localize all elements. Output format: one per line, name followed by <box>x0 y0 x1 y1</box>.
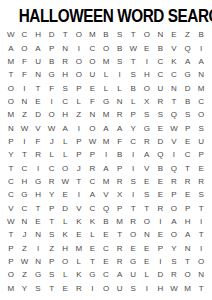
grid-cell[interactable]: K <box>167 55 181 68</box>
grid-cell[interactable]: N <box>31 255 45 268</box>
grid-cell[interactable]: E <box>31 215 45 228</box>
grid-cell[interactable]: M <box>4 282 18 295</box>
grid-cell[interactable]: C <box>86 201 100 214</box>
grid-cell[interactable]: W <box>126 41 140 54</box>
grid-cell[interactable]: W <box>86 135 100 148</box>
grid-cell[interactable]: M <box>99 135 113 148</box>
grid-cell[interactable]: B <box>154 41 168 54</box>
grid-cell[interactable]: P <box>4 242 18 255</box>
grid-cell[interactable]: F <box>45 81 59 94</box>
grid-cell[interactable]: L <box>99 68 113 81</box>
grid-cell[interactable]: E <box>181 188 195 201</box>
grid-cell[interactable]: P <box>113 201 127 214</box>
grid-cell[interactable]: C <box>18 201 32 214</box>
grid-cell[interactable]: A <box>181 55 195 68</box>
grid-cell[interactable]: E <box>154 228 168 241</box>
grid-cell[interactable]: E <box>72 228 86 241</box>
grid-cell[interactable]: D <box>45 28 59 41</box>
grid-cell[interactable]: T <box>4 68 18 81</box>
grid-cell[interactable]: L <box>72 255 86 268</box>
grid-cell[interactable]: P <box>45 255 59 268</box>
grid-cell[interactable]: E <box>86 242 100 255</box>
grid-cell[interactable]: P <box>45 41 59 54</box>
grid-cell[interactable]: R <box>126 215 140 228</box>
grid-cell[interactable]: N <box>113 95 127 108</box>
grid-cell[interactable]: T <box>126 28 140 41</box>
grid-cell[interactable]: G <box>181 68 195 81</box>
grid-cell[interactable]: T <box>45 282 59 295</box>
grid-cell[interactable]: S <box>140 108 154 121</box>
grid-cell[interactable]: K <box>72 215 86 228</box>
grid-cell[interactable]: T <box>31 201 45 214</box>
grid-cell[interactable]: F <box>18 68 32 81</box>
grid-cell[interactable]: H <box>58 108 72 121</box>
grid-cell[interactable]: R <box>72 282 86 295</box>
grid-cell[interactable]: W <box>45 121 59 134</box>
grid-cell[interactable]: I <box>72 41 86 54</box>
grid-cell[interactable]: O <box>58 255 72 268</box>
grid-cell[interactable]: L <box>113 81 127 94</box>
grid-cell[interactable]: I <box>167 148 181 161</box>
grid-cell[interactable]: R <box>167 268 181 281</box>
grid-cell[interactable]: D <box>154 135 168 148</box>
grid-cell[interactable]: W <box>58 175 72 188</box>
grid-cell[interactable]: C <box>4 175 18 188</box>
grid-cell[interactable]: D <box>181 81 195 94</box>
grid-cell[interactable]: T <box>18 148 32 161</box>
grid-cell[interactable]: X <box>113 188 127 201</box>
grid-cell[interactable]: W <box>167 121 181 134</box>
grid-cell[interactable]: Q <box>181 41 195 54</box>
grid-cell[interactable]: R <box>113 108 127 121</box>
grid-cell[interactable]: M <box>113 215 127 228</box>
grid-cell[interactable]: B <box>154 161 168 174</box>
grid-cell[interactable]: P <box>86 148 100 161</box>
grid-cell[interactable]: G <box>31 268 45 281</box>
grid-cell[interactable]: F <box>18 55 32 68</box>
grid-cell[interactable]: S <box>154 108 168 121</box>
grid-cell[interactable]: C <box>194 95 208 108</box>
grid-cell[interactable]: O <box>181 268 195 281</box>
grid-cell[interactable]: H <box>31 188 45 201</box>
grid-cell[interactable]: A <box>194 55 208 68</box>
grid-cell[interactable]: H <box>154 282 168 295</box>
grid-cell[interactable]: P <box>72 81 86 94</box>
grid-cell[interactable]: E <box>99 228 113 241</box>
grid-cell[interactable]: Q <box>167 108 181 121</box>
grid-cell[interactable]: I <box>72 121 86 134</box>
grid-cell[interactable]: U <box>126 268 140 281</box>
grid-cell[interactable]: E <box>181 135 195 148</box>
grid-cell[interactable]: P <box>72 135 86 148</box>
grid-cell[interactable]: E <box>140 175 154 188</box>
grid-cell[interactable]: O <box>194 255 208 268</box>
grid-cell[interactable]: T <box>126 55 140 68</box>
grid-cell[interactable]: H <box>181 215 195 228</box>
grid-cell[interactable]: N <box>86 108 100 121</box>
grid-cell[interactable]: T <box>31 81 45 94</box>
grid-cell[interactable]: T <box>72 175 86 188</box>
grid-cell[interactable]: I <box>126 161 140 174</box>
grid-cell[interactable]: T <box>194 201 208 214</box>
grid-cell[interactable]: E <box>154 188 168 201</box>
grid-cell[interactable]: A <box>140 148 154 161</box>
grid-cell[interactable]: E <box>99 255 113 268</box>
grid-cell[interactable]: O <box>18 41 32 54</box>
grid-cell[interactable]: E <box>167 28 181 41</box>
grid-cell[interactable]: C <box>181 148 195 161</box>
grid-cell[interactable]: P <box>181 201 195 214</box>
grid-cell[interactable]: R <box>86 161 100 174</box>
grid-cell[interactable]: I <box>140 282 154 295</box>
grid-cell[interactable]: V <box>99 188 113 201</box>
grid-cell[interactable]: B <box>99 28 113 41</box>
grid-cell[interactable]: O <box>72 55 86 68</box>
grid-cell[interactable]: I <box>194 41 208 54</box>
grid-cell[interactable]: N <box>154 28 168 41</box>
grid-cell[interactable]: P <box>113 161 127 174</box>
grid-cell[interactable]: I <box>31 242 45 255</box>
grid-cell[interactable]: C <box>167 68 181 81</box>
grid-cell[interactable]: B <box>194 28 208 41</box>
grid-cell[interactable]: T <box>58 28 72 41</box>
grid-cell[interactable]: M <box>99 108 113 121</box>
grid-cell[interactable]: L <box>58 215 72 228</box>
grid-cell[interactable]: V <box>167 135 181 148</box>
grid-cell[interactable]: U <box>154 81 168 94</box>
grid-cell[interactable]: Q <box>154 148 168 161</box>
grid-cell[interactable]: I <box>45 95 59 108</box>
grid-cell[interactable]: I <box>31 161 45 174</box>
grid-cell[interactable]: Z <box>18 108 32 121</box>
grid-cell[interactable]: C <box>4 188 18 201</box>
grid-cell[interactable]: Q <box>167 161 181 174</box>
grid-cell[interactable]: J <box>72 161 86 174</box>
grid-cell[interactable]: C <box>154 55 168 68</box>
grid-cell[interactable]: Z <box>72 108 86 121</box>
grid-cell[interactable]: I <box>99 148 113 161</box>
grid-cell[interactable]: O <box>58 161 72 174</box>
grid-cell[interactable]: D <box>31 108 45 121</box>
grid-cell[interactable]: L <box>140 268 154 281</box>
grid-cell[interactable]: P <box>167 188 181 201</box>
grid-cell[interactable]: I <box>154 255 168 268</box>
grid-cell[interactable]: Y <box>126 121 140 134</box>
grid-cell[interactable]: C <box>99 242 113 255</box>
grid-cell[interactable]: N <box>31 228 45 241</box>
grid-cell[interactable]: I <box>154 215 168 228</box>
grid-cell[interactable]: U <box>86 68 100 81</box>
grid-cell[interactable]: R <box>113 242 127 255</box>
grid-cell[interactable]: U <box>194 135 208 148</box>
grid-cell[interactable]: C <box>99 268 113 281</box>
grid-cell[interactable]: S <box>31 282 45 295</box>
grid-cell[interactable]: M <box>4 108 18 121</box>
grid-cell[interactable]: N <box>31 68 45 81</box>
grid-cell[interactable]: I <box>194 215 208 228</box>
grid-cell[interactable]: H <box>18 175 32 188</box>
grid-cell[interactable]: V <box>167 41 181 54</box>
grid-cell[interactable]: N <box>194 268 208 281</box>
grid-cell[interactable]: T <box>181 161 195 174</box>
grid-cell[interactable]: B <box>126 81 140 94</box>
grid-cell[interactable]: P <box>194 148 208 161</box>
grid-cell[interactable]: O <box>140 28 154 41</box>
grid-cell[interactable]: W <box>18 255 32 268</box>
grid-cell[interactable]: G <box>99 95 113 108</box>
grid-cell[interactable]: N <box>4 121 18 134</box>
grid-cell[interactable]: O <box>72 28 86 41</box>
grid-cell[interactable]: M <box>72 242 86 255</box>
grid-cell[interactable]: O <box>126 228 140 241</box>
grid-cell[interactable]: A <box>86 188 100 201</box>
grid-cell[interactable]: L <box>126 95 140 108</box>
grid-cell[interactable]: D <box>58 201 72 214</box>
grid-cell[interactable]: E <box>58 282 72 295</box>
grid-cell[interactable]: B <box>113 41 127 54</box>
grid-cell[interactable]: K <box>72 268 86 281</box>
grid-cell[interactable]: Y <box>4 148 18 161</box>
grid-cell[interactable]: R <box>113 175 127 188</box>
grid-cell[interactable]: H <box>140 68 154 81</box>
grid-cell[interactable]: T <box>86 255 100 268</box>
grid-cell[interactable]: J <box>45 135 59 148</box>
grid-cell[interactable]: G <box>126 255 140 268</box>
grid-cell[interactable]: I <box>113 68 127 81</box>
grid-cell[interactable]: E <box>140 255 154 268</box>
grid-cell[interactable]: W <box>4 215 18 228</box>
grid-cell[interactable]: C <box>126 135 140 148</box>
grid-cell[interactable]: C <box>18 161 32 174</box>
grid-cell[interactable]: R <box>181 175 195 188</box>
grid-cell[interactable]: Z <box>181 28 195 41</box>
grid-cell[interactable]: M <box>4 55 18 68</box>
grid-cell[interactable]: K <box>86 215 100 228</box>
grid-cell[interactable]: A <box>113 121 127 134</box>
grid-cell[interactable]: L <box>45 148 59 161</box>
grid-cell[interactable]: Y <box>18 282 32 295</box>
grid-cell[interactable]: E <box>154 121 168 134</box>
grid-cell[interactable]: O <box>72 68 86 81</box>
grid-cell[interactable]: W <box>167 282 181 295</box>
grid-cell[interactable]: Q <box>99 201 113 214</box>
grid-cell[interactable]: O <box>99 41 113 54</box>
grid-cell[interactable]: S <box>126 175 140 188</box>
grid-cell[interactable]: R <box>31 148 45 161</box>
grid-cell[interactable]: I <box>18 135 32 148</box>
grid-cell[interactable]: E <box>140 242 154 255</box>
grid-cell[interactable]: X <box>140 95 154 108</box>
grid-cell[interactable]: T <box>167 95 181 108</box>
grid-cell[interactable]: G <box>140 121 154 134</box>
grid-cell[interactable]: S <box>113 28 127 41</box>
grid-cell[interactable]: H <box>58 68 72 81</box>
grid-cell[interactable]: T <box>194 282 208 295</box>
grid-cell[interactable]: R <box>113 255 127 268</box>
grid-cell[interactable]: M <box>194 81 208 94</box>
grid-cell[interactable]: S <box>126 68 140 81</box>
grid-cell[interactable]: H <box>58 242 72 255</box>
grid-cell[interactable]: B <box>181 95 195 108</box>
grid-cell[interactable]: P <box>72 148 86 161</box>
grid-cell[interactable]: D <box>154 268 168 281</box>
grid-cell[interactable]: P <box>181 121 195 134</box>
grid-cell[interactable]: O <box>4 95 18 108</box>
grid-cell[interactable]: I <box>126 188 140 201</box>
grid-cell[interactable]: S <box>194 188 208 201</box>
grid-cell[interactable]: O <box>194 108 208 121</box>
grid-cell[interactable]: A <box>181 228 195 241</box>
grid-cell[interactable]: O <box>45 108 59 121</box>
grid-cell[interactable]: E <box>154 175 168 188</box>
grid-cell[interactable]: M <box>86 28 100 41</box>
grid-cell[interactable]: R <box>154 201 168 214</box>
grid-cell[interactable]: E <box>140 41 154 54</box>
grid-cell[interactable]: C <box>18 28 32 41</box>
grid-cell[interactable]: V <box>4 201 18 214</box>
grid-cell[interactable]: I <box>86 282 100 295</box>
grid-cell[interactable]: F <box>31 135 45 148</box>
grid-cell[interactable]: O <box>140 215 154 228</box>
grid-cell[interactable]: O <box>4 81 18 94</box>
grid-cell[interactable]: L <box>58 135 72 148</box>
grid-cell[interactable]: S <box>167 255 181 268</box>
grid-cell[interactable]: C <box>154 68 168 81</box>
grid-cell[interactable]: J <box>18 228 32 241</box>
grid-cell[interactable]: E <box>194 161 208 174</box>
grid-cell[interactable]: L <box>72 95 86 108</box>
grid-cell[interactable]: C <box>45 161 59 174</box>
grid-cell[interactable]: G <box>31 175 45 188</box>
grid-cell[interactable]: E <box>86 81 100 94</box>
grid-cell[interactable]: B <box>45 55 59 68</box>
grid-cell[interactable]: I <box>194 242 208 255</box>
grid-cell[interactable]: N <box>194 68 208 81</box>
grid-cell[interactable]: L <box>86 228 100 241</box>
grid-cell[interactable]: A <box>113 268 127 281</box>
grid-cell[interactable]: A <box>31 41 45 54</box>
grid-cell[interactable]: W <box>4 28 18 41</box>
grid-cell[interactable]: G <box>45 68 59 81</box>
grid-cell[interactable]: N <box>140 228 154 241</box>
grid-cell[interactable]: O <box>167 201 181 214</box>
grid-cell[interactable]: M <box>99 55 113 68</box>
grid-cell[interactable]: M <box>99 175 113 188</box>
grid-cell[interactable]: Z <box>18 242 32 255</box>
grid-cell[interactable]: L <box>99 81 113 94</box>
grid-cell[interactable]: C <box>86 175 100 188</box>
grid-cell[interactable]: P <box>4 255 18 268</box>
grid-cell[interactable]: V <box>140 161 154 174</box>
grid-cell[interactable]: T <box>4 161 18 174</box>
grid-cell[interactable]: T <box>194 228 208 241</box>
grid-cell[interactable]: N <box>18 95 32 108</box>
grid-cell[interactable]: Y <box>167 242 181 255</box>
grid-cell[interactable]: I <box>72 188 86 201</box>
grid-cell[interactable]: H <box>31 28 45 41</box>
grid-cell[interactable]: F <box>86 95 100 108</box>
grid-cell[interactable]: A <box>99 121 113 134</box>
grid-cell[interactable]: L <box>58 148 72 161</box>
grid-cell[interactable]: O <box>99 282 113 295</box>
grid-cell[interactable]: N <box>181 242 195 255</box>
grid-cell[interactable]: F <box>113 135 127 148</box>
grid-cell[interactable]: O <box>140 81 154 94</box>
grid-cell[interactable]: N <box>18 215 32 228</box>
grid-cell[interactable]: Z <box>45 242 59 255</box>
grid-cell[interactable]: W <box>18 121 32 134</box>
grid-cell[interactable]: V <box>31 121 45 134</box>
grid-cell[interactable]: B <box>99 215 113 228</box>
grid-cell[interactable]: R <box>154 95 168 108</box>
grid-cell[interactable]: O <box>4 268 18 281</box>
grid-cell[interactable]: V <box>72 201 86 214</box>
grid-cell[interactable]: T <box>4 228 18 241</box>
grid-cell[interactable]: Y <box>45 188 59 201</box>
grid-cell[interactable]: U <box>113 282 127 295</box>
grid-cell[interactable]: S <box>45 268 59 281</box>
grid-cell[interactable]: P <box>126 108 140 121</box>
grid-cell[interactable]: N <box>58 41 72 54</box>
grid-cell[interactable]: R <box>45 175 59 188</box>
grid-cell[interactable]: G <box>86 268 100 281</box>
grid-cell[interactable]: R <box>140 135 154 148</box>
grid-cell[interactable]: K <box>58 228 72 241</box>
grid-cell[interactable]: A <box>4 41 18 54</box>
grid-cell[interactable]: O <box>167 228 181 241</box>
grid-cell[interactable]: S <box>113 55 127 68</box>
grid-cell[interactable]: B <box>113 148 127 161</box>
grid-cell[interactable]: T <box>45 215 59 228</box>
grid-cell[interactable]: T <box>113 228 127 241</box>
grid-cell[interactable]: E <box>31 95 45 108</box>
grid-cell[interactable]: O <box>86 121 100 134</box>
grid-cell[interactable]: P <box>4 135 18 148</box>
grid-cell[interactable]: R <box>194 175 208 188</box>
grid-cell[interactable]: S <box>58 81 72 94</box>
grid-cell[interactable]: P <box>45 201 59 214</box>
grid-cell[interactable]: A <box>167 215 181 228</box>
grid-cell[interactable]: G <box>18 188 32 201</box>
grid-cell[interactable]: S <box>45 228 59 241</box>
grid-cell[interactable]: E <box>126 242 140 255</box>
grid-cell[interactable]: S <box>140 188 154 201</box>
grid-cell[interactable]: L <box>58 268 72 281</box>
grid-cell[interactable]: S <box>181 108 195 121</box>
grid-cell[interactable]: I <box>18 81 32 94</box>
grid-cell[interactable]: N <box>167 81 181 94</box>
grid-cell[interactable]: E <box>58 188 72 201</box>
grid-cell[interactable]: C <box>86 41 100 54</box>
grid-cell[interactable]: C <box>58 95 72 108</box>
grid-cell[interactable]: A <box>99 161 113 174</box>
grid-cell[interactable]: S <box>194 121 208 134</box>
grid-cell[interactable]: I <box>140 55 154 68</box>
grid-cell[interactable]: R <box>58 55 72 68</box>
grid-cell[interactable]: O <box>86 55 100 68</box>
grid-cell[interactable]: A <box>58 121 72 134</box>
grid-cell[interactable]: U <box>31 55 45 68</box>
grid-cell[interactable]: T <box>126 201 140 214</box>
grid-cell[interactable]: I <box>126 148 140 161</box>
grid-cell[interactable]: T <box>181 255 195 268</box>
grid-cell[interactable]: T <box>140 201 154 214</box>
grid-cell[interactable]: P <box>154 242 168 255</box>
grid-cell[interactable]: R <box>167 175 181 188</box>
grid-cell[interactable]: S <box>126 282 140 295</box>
grid-cell[interactable]: M <box>181 282 195 295</box>
grid-cell[interactable]: Z <box>18 268 32 281</box>
